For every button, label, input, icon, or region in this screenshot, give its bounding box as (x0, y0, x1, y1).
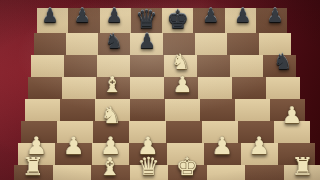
white-pawn-g2[interactable]: ♟ (249, 134, 271, 158)
black-pawn-h7[interactable]: ♟ (266, 6, 283, 25)
board-rank-1 (14, 165, 320, 180)
square-f7[interactable] (195, 33, 227, 55)
black-pawn-b7[interactable]: ♟ (74, 6, 91, 25)
square-g4[interactable] (235, 99, 270, 121)
black-pawn-c7[interactable]: ♟ (106, 6, 123, 25)
white-queen-d1[interactable]: ♛ (138, 154, 160, 179)
square-a6[interactable] (31, 55, 64, 77)
square-f6[interactable] (197, 55, 230, 77)
black-pawn-f7[interactable]: ♟ (202, 6, 219, 25)
black-knight-c6[interactable]: ♞ (105, 31, 123, 51)
white-knight-c3[interactable]: ♞ (101, 104, 122, 127)
board-rank-6 (31, 55, 296, 77)
white-knight-e5[interactable]: ♞ (172, 52, 191, 73)
white-pawn-e4[interactable]: ♟ (173, 74, 193, 96)
square-b5[interactable] (62, 77, 96, 99)
board-rank-5 (28, 77, 300, 99)
square-g6[interactable] (230, 55, 263, 77)
square-a5[interactable] (28, 77, 62, 99)
square-b7[interactable] (66, 33, 98, 55)
square-a7[interactable] (34, 33, 66, 55)
square-f1[interactable] (207, 165, 246, 180)
square-e3[interactable] (166, 121, 202, 143)
square-g1[interactable] (245, 165, 284, 180)
square-f5[interactable] (198, 77, 232, 99)
square-d6[interactable] (130, 55, 163, 77)
chess-app-screen: ♛♚♟♟♟♟♟♟♞♟♞♞♝♟♞♟♟♟♟♟♟♟♜♝♛♚♜ (0, 0, 320, 180)
square-g7[interactable] (227, 33, 259, 55)
white-rook-a1[interactable]: ♜ (22, 154, 44, 179)
square-e4[interactable] (165, 99, 200, 121)
black-pawn-g7[interactable]: ♟ (234, 6, 251, 25)
square-a4[interactable] (25, 99, 60, 121)
white-bishop-c4[interactable]: ♝ (103, 74, 123, 96)
white-bishop-c1[interactable]: ♝ (99, 154, 121, 179)
white-pawn-b2[interactable]: ♟ (63, 134, 85, 158)
board-rank-7 (34, 33, 291, 55)
square-b6[interactable] (64, 55, 97, 77)
square-b1[interactable] (53, 165, 92, 180)
board-rank-4 (25, 99, 305, 121)
square-d5[interactable] (130, 77, 164, 99)
square-d4[interactable] (130, 99, 165, 121)
square-h5[interactable] (266, 77, 300, 99)
black-king-e8[interactable]: ♚ (166, 7, 188, 32)
white-pawn-f2[interactable]: ♟ (211, 134, 233, 158)
black-pawn-d6[interactable]: ♟ (138, 31, 156, 51)
white-rook-h1[interactable]: ♜ (292, 154, 314, 179)
white-king-e1[interactable]: ♚ (176, 154, 198, 179)
white-pawn-h3[interactable]: ♟ (282, 104, 303, 127)
black-knight-h5[interactable]: ♞ (274, 52, 293, 73)
square-f4[interactable] (200, 99, 235, 121)
square-g5[interactable] (232, 77, 266, 99)
black-pawn-a7[interactable]: ♟ (42, 6, 59, 25)
square-b4[interactable] (60, 99, 95, 121)
black-queen-d8[interactable]: ♛ (135, 7, 157, 32)
